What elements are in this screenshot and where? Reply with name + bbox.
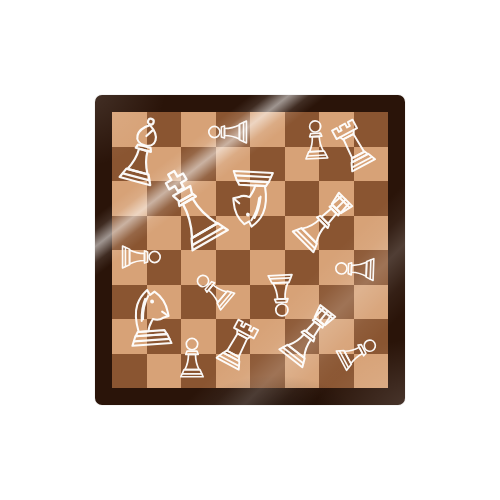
chess-piece-pawn xyxy=(264,267,299,319)
chess-piece-rook xyxy=(206,314,266,383)
chess-piece-rook xyxy=(324,113,386,184)
chess-piece-rook-icon xyxy=(324,113,386,184)
chess-piece-pawn xyxy=(329,329,384,377)
chess-piece-pawn xyxy=(300,118,332,165)
chess-piece-queen xyxy=(286,183,362,259)
chess-piece-pawn-icon xyxy=(329,329,384,377)
chess-piece-pawn xyxy=(207,117,253,147)
chess-piece-pawn-icon xyxy=(188,265,242,317)
product-photo xyxy=(0,0,500,500)
chess-piece-rook-icon xyxy=(206,314,266,383)
chess-piece-pawn xyxy=(116,242,162,272)
chess-piece-pawn-icon xyxy=(177,337,207,384)
chess-piece-pawn xyxy=(188,265,242,317)
chess-piece-pawn-icon xyxy=(116,242,162,272)
chess-piece-pawn xyxy=(333,253,380,284)
chess-piece-queen-icon xyxy=(286,183,362,259)
chess-piece-pawn-icon xyxy=(333,253,380,284)
chess-piece-pawn-icon xyxy=(300,118,332,165)
chess-piece-knight-icon xyxy=(119,283,173,352)
chess-piece-pawn-icon xyxy=(207,117,253,147)
chess-piece-knight-icon xyxy=(230,165,283,234)
chess-piece-pawn xyxy=(177,337,207,384)
chess-piece-knight xyxy=(230,165,283,234)
chess-sticker xyxy=(95,95,405,405)
chess-piece-knight xyxy=(119,283,173,352)
pieces-layer xyxy=(95,95,405,405)
chess-piece-pawn-icon xyxy=(264,267,299,319)
